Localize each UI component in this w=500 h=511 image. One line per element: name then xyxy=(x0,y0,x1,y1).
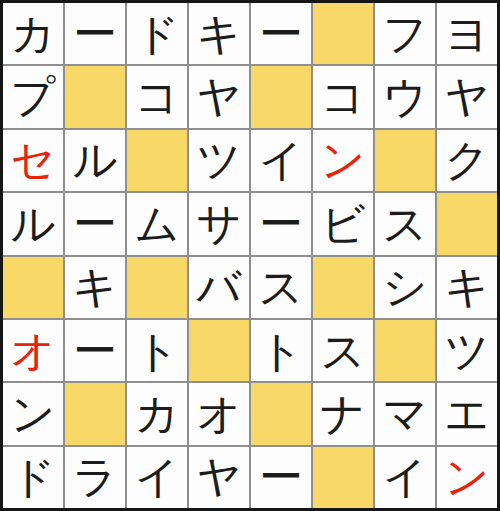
blocked-cell-r5c3 xyxy=(127,257,187,318)
letter-cell-r4c5[interactable]: ー xyxy=(251,193,311,254)
letter-cell-r2c1[interactable]: プ xyxy=(3,66,63,127)
letter-cell-r2c7[interactable]: ウ xyxy=(375,66,435,127)
letter-cell-r7c1[interactable]: ン xyxy=(3,383,63,444)
letter-cell-r1c3[interactable]: ド xyxy=(127,3,187,64)
letter-cell-r1c7[interactable]: フ xyxy=(375,3,435,64)
letter-cell-r4c2[interactable]: ー xyxy=(65,193,125,254)
letter-cell-r7c6[interactable]: ナ xyxy=(313,383,373,444)
blocked-cell-r3c7 xyxy=(375,130,435,191)
letter-cell-r1c2[interactable]: ー xyxy=(65,3,125,64)
letter-cell-r5c5[interactable]: ス xyxy=(251,257,311,318)
letter-cell-r6c2[interactable]: ー xyxy=(65,320,125,381)
letter-cell-r5c7[interactable]: シ xyxy=(375,257,435,318)
crossword-puzzle: カードキーフヨプコヤコウヤセルツインクルームサービスキバスシキオートトスツンカオ… xyxy=(0,0,500,511)
letter-cell-r8c3[interactable]: イ xyxy=(127,447,187,508)
letter-cell-r1c4[interactable]: キ xyxy=(189,3,249,64)
blocked-cell-r8c6 xyxy=(313,447,373,508)
blocked-cell-r5c1 xyxy=(3,257,63,318)
letter-cell-r5c2[interactable]: キ xyxy=(65,257,125,318)
letter-cell-r8c7[interactable]: イ xyxy=(375,447,435,508)
letter-cell-r3c1[interactable]: セ xyxy=(3,130,63,191)
letter-cell-r3c5[interactable]: イ xyxy=(251,130,311,191)
letter-cell-r6c5[interactable]: ト xyxy=(251,320,311,381)
letter-cell-r6c6[interactable]: ス xyxy=(313,320,373,381)
letter-cell-r8c1[interactable]: ド xyxy=(3,447,63,508)
letter-cell-r3c6[interactable]: ン xyxy=(313,130,373,191)
letter-cell-r7c7[interactable]: マ xyxy=(375,383,435,444)
letter-cell-r8c5[interactable]: ー xyxy=(251,447,311,508)
blocked-cell-r6c7 xyxy=(375,320,435,381)
letter-cell-r6c8[interactable]: ツ xyxy=(437,320,497,381)
letter-cell-r4c7[interactable]: ス xyxy=(375,193,435,254)
blocked-cell-r1c6 xyxy=(313,3,373,64)
blocked-cell-r5c6 xyxy=(313,257,373,318)
letter-cell-r6c1[interactable]: オ xyxy=(3,320,63,381)
letter-cell-r8c2[interactable]: ラ xyxy=(65,447,125,508)
letter-cell-r7c3[interactable]: カ xyxy=(127,383,187,444)
crossword-board: カードキーフヨプコヤコウヤセルツインクルームサービスキバスシキオートトスツンカオ… xyxy=(0,0,500,511)
blocked-cell-r2c5 xyxy=(251,66,311,127)
letter-cell-r1c1[interactable]: カ xyxy=(3,3,63,64)
blocked-cell-r2c2 xyxy=(65,66,125,127)
blocked-cell-r3c3 xyxy=(127,130,187,191)
letter-cell-r2c3[interactable]: コ xyxy=(127,66,187,127)
letter-cell-r8c8[interactable]: ン xyxy=(437,447,497,508)
letter-cell-r6c3[interactable]: ト xyxy=(127,320,187,381)
letter-cell-r4c3[interactable]: ム xyxy=(127,193,187,254)
letter-cell-r1c8[interactable]: ヨ xyxy=(437,3,497,64)
letter-cell-r7c8[interactable]: エ xyxy=(437,383,497,444)
letter-cell-r7c4[interactable]: オ xyxy=(189,383,249,444)
letter-cell-r4c4[interactable]: サ xyxy=(189,193,249,254)
blocked-cell-r7c5 xyxy=(251,383,311,444)
letter-cell-r5c4[interactable]: バ xyxy=(189,257,249,318)
letter-cell-r2c4[interactable]: ヤ xyxy=(189,66,249,127)
letter-cell-r8c4[interactable]: ヤ xyxy=(189,447,249,508)
blocked-cell-r7c2 xyxy=(65,383,125,444)
letter-cell-r3c2[interactable]: ル xyxy=(65,130,125,191)
letter-cell-r3c4[interactable]: ツ xyxy=(189,130,249,191)
letter-cell-r1c5[interactable]: ー xyxy=(251,3,311,64)
letter-cell-r4c1[interactable]: ル xyxy=(3,193,63,254)
letter-cell-r3c8[interactable]: ク xyxy=(437,130,497,191)
letter-cell-r2c8[interactable]: ヤ xyxy=(437,66,497,127)
blocked-cell-r4c8 xyxy=(437,193,497,254)
letter-cell-r4c6[interactable]: ビ xyxy=(313,193,373,254)
letter-cell-r5c8[interactable]: キ xyxy=(437,257,497,318)
letter-cell-r2c6[interactable]: コ xyxy=(313,66,373,127)
blocked-cell-r6c4 xyxy=(189,320,249,381)
